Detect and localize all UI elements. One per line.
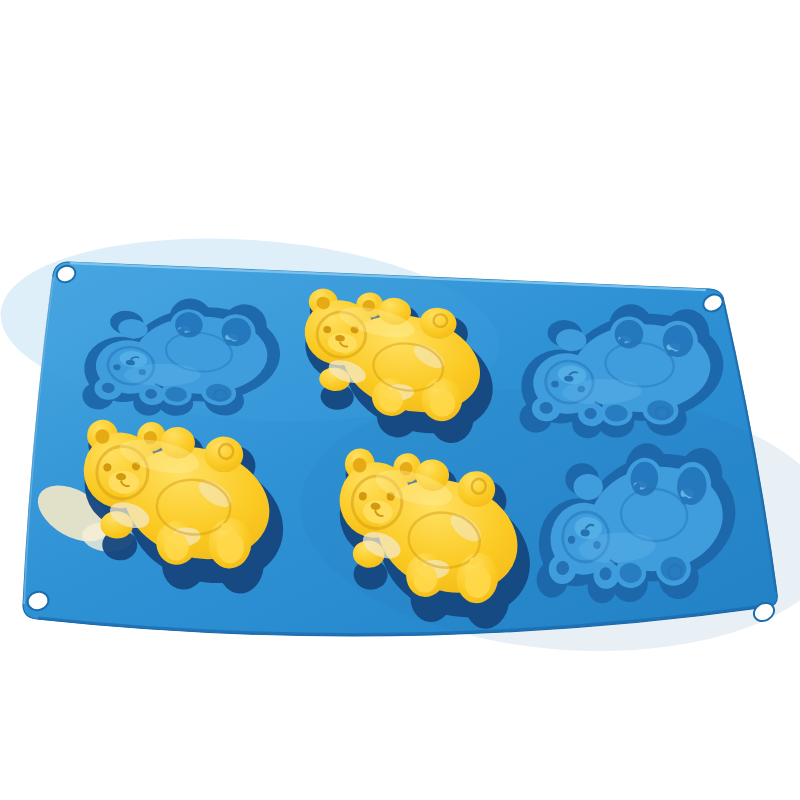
- product-photo: [0, 0, 800, 800]
- mold-photo-svg: [0, 0, 800, 800]
